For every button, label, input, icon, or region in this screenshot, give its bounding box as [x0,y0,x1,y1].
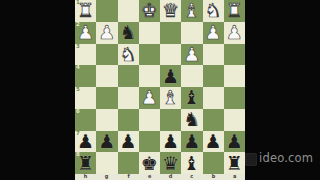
file-label-c: c [185,174,198,179]
square-a1[interactable]: ♜ [224,0,245,22]
chess-board: 1♜♚♛♝♞♜2♟♟♞♟♟3♞♟4♟5♟♝♝6♞7♟♟♟♟♟♟♟8♜♚♛♝♜ [75,0,245,174]
square-b6[interactable] [203,109,224,131]
square-f5[interactable] [118,87,139,109]
piece-black-pawn[interactable]: ♟ [226,131,243,150]
square-e7[interactable] [139,131,160,153]
square-g8[interactable] [96,152,117,174]
square-c1[interactable]: ♝ [181,0,202,22]
square-c5[interactable]: ♝ [181,87,202,109]
square-h3[interactable]: 3 [75,44,96,66]
file-label-f: f [122,174,135,179]
square-h5[interactable]: 5 [75,87,96,109]
square-a6[interactable] [224,109,245,131]
piece-black-pawn[interactable]: ♟ [183,131,200,150]
square-g6[interactable] [96,109,117,131]
square-a2[interactable]: ♟ [224,22,245,44]
square-e2[interactable] [139,22,160,44]
piece-white-pawn[interactable]: ♟ [226,23,243,42]
square-d6[interactable] [160,109,181,131]
square-h8[interactable]: 8♜ [75,152,96,174]
watermark-text: ideo.com [259,153,313,165]
square-h2[interactable]: 2♟ [75,22,96,44]
file-label-h: h [79,174,92,179]
square-b7[interactable]: ♟ [203,131,224,153]
piece-black-rook[interactable]: ♜ [226,153,243,172]
square-e3[interactable] [139,44,160,66]
piece-black-queen[interactable]: ♛ [162,153,179,172]
video-frame: 1♜♚♛♝♞♜2♟♟♞♟♟3♞♟4♟5♟♝♝6♞7♟♟♟♟♟♟♟8♜♚♛♝♜ h… [0,0,320,180]
piece-black-rook[interactable]: ♜ [77,153,94,172]
piece-black-pawn[interactable]: ♟ [205,131,222,150]
square-h7[interactable]: 7♟ [75,131,96,153]
square-c8[interactable]: ♝ [181,152,202,174]
piece-white-bishop[interactable]: ♝ [183,1,200,20]
square-c7[interactable]: ♟ [181,131,202,153]
square-f8[interactable] [118,152,139,174]
rank-label-4: 4 [76,65,80,70]
piece-white-pawn[interactable]: ♟ [141,88,158,107]
square-a4[interactable] [224,65,245,87]
square-d4[interactable]: ♟ [160,65,181,87]
square-g2[interactable]: ♟ [96,22,117,44]
watermark: ideo.com [245,151,313,167]
square-a5[interactable] [224,87,245,109]
square-b2[interactable]: ♟ [203,22,224,44]
square-h4[interactable]: 4 [75,65,96,87]
square-a3[interactable] [224,44,245,66]
square-d2[interactable] [160,22,181,44]
piece-black-bishop[interactable]: ♝ [183,153,200,172]
watermark-logo-icon [245,153,257,166]
square-g7[interactable]: ♟ [96,131,117,153]
piece-white-bishop[interactable]: ♝ [162,88,179,107]
square-e6[interactable] [139,109,160,131]
piece-white-pawn[interactable]: ♟ [77,23,94,42]
file-coordinates-strip: hgfedcba [75,174,245,180]
piece-white-pawn[interactable]: ♟ [183,44,200,63]
square-d7[interactable]: ♟ [160,131,181,153]
square-a7[interactable]: ♟ [224,131,245,153]
square-f6[interactable] [118,109,139,131]
piece-black-pawn[interactable]: ♟ [77,131,94,150]
rank-label-6: 6 [76,109,80,114]
square-g5[interactable] [96,87,117,109]
piece-black-king[interactable]: ♚ [141,153,158,172]
square-f7[interactable]: ♟ [118,131,139,153]
square-e4[interactable] [139,65,160,87]
rank-label-3: 3 [76,44,80,49]
square-d8[interactable]: ♛ [160,152,181,174]
square-c2[interactable] [181,22,202,44]
piece-white-rook[interactable]: ♜ [226,1,243,20]
square-g3[interactable] [96,44,117,66]
square-b5[interactable] [203,87,224,109]
piece-black-bishop[interactable]: ♝ [183,88,200,107]
rank-label-5: 5 [76,87,80,92]
square-c6[interactable]: ♞ [181,109,202,131]
piece-white-rook[interactable]: ♜ [77,1,94,20]
piece-black-pawn[interactable]: ♟ [120,131,137,150]
square-c4[interactable] [181,65,202,87]
file-label-b: b [207,174,220,179]
square-c3[interactable]: ♟ [181,44,202,66]
piece-white-queen[interactable]: ♛ [162,1,179,20]
square-d1[interactable]: ♛ [160,0,181,22]
square-f4[interactable] [118,65,139,87]
square-f3[interactable]: ♞ [118,44,139,66]
square-f2[interactable]: ♞ [118,22,139,44]
file-label-d: d [164,174,177,179]
square-b8[interactable] [203,152,224,174]
file-label-g: g [100,174,113,179]
square-d3[interactable] [160,44,181,66]
piece-white-knight[interactable]: ♞ [205,1,222,20]
file-label-a: a [228,174,241,179]
square-e8[interactable]: ♚ [139,152,160,174]
piece-black-pawn[interactable]: ♟ [98,131,115,150]
piece-black-pawn[interactable]: ♟ [162,66,179,85]
piece-black-knight[interactable]: ♞ [120,23,137,42]
square-d5[interactable]: ♝ [160,87,181,109]
square-g1[interactable] [96,0,117,22]
piece-white-pawn[interactable]: ♟ [205,23,222,42]
square-b3[interactable] [203,44,224,66]
square-g4[interactable] [96,65,117,87]
piece-white-pawn[interactable]: ♟ [98,23,115,42]
square-h1[interactable]: 1♜ [75,0,96,22]
square-a8[interactable]: ♜ [224,152,245,174]
square-e1[interactable]: ♚ [139,0,160,22]
square-f1[interactable] [118,0,139,22]
piece-white-king[interactable]: ♚ [141,1,158,20]
piece-black-pawn[interactable]: ♟ [162,131,179,150]
square-b4[interactable] [203,65,224,87]
piece-black-knight[interactable]: ♞ [183,110,200,129]
piece-white-knight[interactable]: ♞ [120,44,137,63]
square-e5[interactable]: ♟ [139,87,160,109]
square-b1[interactable]: ♞ [203,0,224,22]
file-label-e: e [143,174,156,179]
square-h6[interactable]: 6 [75,109,96,131]
